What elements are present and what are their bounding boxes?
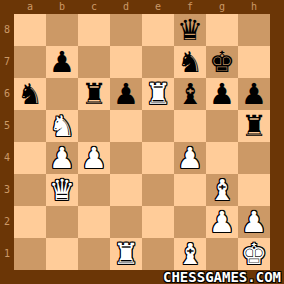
square-h7[interactable] — [238, 46, 270, 78]
square-e2[interactable] — [142, 206, 174, 238]
square-e4[interactable] — [142, 142, 174, 174]
square-d2[interactable] — [110, 206, 142, 238]
square-b2[interactable] — [46, 206, 78, 238]
chess-board: ♛♟♞♚♞♜♟♜♝♟♟♞♜♟♟♟♛♝♟♟♜♝♚ — [14, 14, 270, 270]
piece-black-pawn-g6[interactable]: ♟ — [209, 78, 235, 110]
square-b4[interactable]: ♟ — [46, 142, 78, 174]
square-f1[interactable]: ♝ — [174, 238, 206, 270]
rank-label-5: 5 — [0, 110, 14, 142]
file-label-d: d — [110, 0, 142, 14]
square-f2[interactable] — [174, 206, 206, 238]
square-d7[interactable] — [110, 46, 142, 78]
rank-labels: 87654321 — [0, 14, 14, 270]
square-e7[interactable] — [142, 46, 174, 78]
file-label-a: a — [14, 0, 46, 14]
square-g7[interactable]: ♚ — [206, 46, 238, 78]
square-a8[interactable] — [14, 14, 46, 46]
file-label-f: f — [174, 0, 206, 14]
square-f7[interactable]: ♞ — [174, 46, 206, 78]
square-g5[interactable] — [206, 110, 238, 142]
piece-white-king-h1[interactable]: ♚ — [241, 238, 267, 270]
rank-label-3: 3 — [0, 174, 14, 206]
square-c3[interactable] — [78, 174, 110, 206]
square-b8[interactable] — [46, 14, 78, 46]
file-label-b: b — [46, 0, 78, 14]
rank-label-7: 7 — [0, 46, 14, 78]
square-c4[interactable]: ♟ — [78, 142, 110, 174]
square-b7[interactable]: ♟ — [46, 46, 78, 78]
piece-black-rook-c6[interactable]: ♜ — [81, 78, 107, 110]
square-d4[interactable] — [110, 142, 142, 174]
file-label-c: c — [78, 0, 110, 14]
piece-black-pawn-b7[interactable]: ♟ — [49, 46, 75, 78]
square-d1[interactable]: ♜ — [110, 238, 142, 270]
piece-black-knight-f7[interactable]: ♞ — [177, 46, 203, 78]
square-e6[interactable]: ♜ — [142, 78, 174, 110]
square-h1[interactable]: ♚ — [238, 238, 270, 270]
piece-black-bishop-f6[interactable]: ♝ — [177, 78, 203, 110]
piece-white-pawn-b4[interactable]: ♟ — [49, 142, 75, 174]
square-f4[interactable]: ♟ — [174, 142, 206, 174]
square-h4[interactable] — [238, 142, 270, 174]
piece-black-knight-a6[interactable]: ♞ — [17, 78, 43, 110]
square-d6[interactable]: ♟ — [110, 78, 142, 110]
square-a1[interactable] — [14, 238, 46, 270]
square-a7[interactable] — [14, 46, 46, 78]
square-h8[interactable] — [238, 14, 270, 46]
piece-white-pawn-f4[interactable]: ♟ — [177, 142, 203, 174]
square-a5[interactable] — [14, 110, 46, 142]
square-c5[interactable] — [78, 110, 110, 142]
square-e8[interactable] — [142, 14, 174, 46]
square-g2[interactable]: ♟ — [206, 206, 238, 238]
square-a3[interactable] — [14, 174, 46, 206]
rank-label-4: 4 — [0, 142, 14, 174]
square-c7[interactable] — [78, 46, 110, 78]
piece-white-queen-b3[interactable]: ♛ — [49, 174, 75, 206]
rank-label-6: 6 — [0, 78, 14, 110]
square-d8[interactable] — [110, 14, 142, 46]
square-f5[interactable] — [174, 110, 206, 142]
square-h3[interactable] — [238, 174, 270, 206]
square-b6[interactable] — [46, 78, 78, 110]
square-g4[interactable] — [206, 142, 238, 174]
file-labels: abcdefgh — [14, 0, 270, 14]
watermark: CHESSGAMES.COM — [163, 270, 281, 284]
piece-white-pawn-h2[interactable]: ♟ — [241, 206, 267, 238]
piece-white-pawn-g2[interactable]: ♟ — [209, 206, 235, 238]
piece-black-pawn-h6[interactable]: ♟ — [241, 78, 267, 110]
square-c2[interactable] — [78, 206, 110, 238]
square-e1[interactable] — [142, 238, 174, 270]
piece-white-rook-e6[interactable]: ♜ — [145, 78, 171, 110]
square-a4[interactable] — [14, 142, 46, 174]
square-f8[interactable]: ♛ — [174, 14, 206, 46]
square-b3[interactable]: ♛ — [46, 174, 78, 206]
piece-white-bishop-f1[interactable]: ♝ — [177, 238, 203, 270]
square-g6[interactable]: ♟ — [206, 78, 238, 110]
square-b1[interactable] — [46, 238, 78, 270]
piece-black-queen-f8[interactable]: ♛ — [177, 14, 203, 46]
square-e3[interactable] — [142, 174, 174, 206]
piece-white-pawn-c4[interactable]: ♟ — [81, 142, 107, 174]
square-g1[interactable] — [206, 238, 238, 270]
square-f3[interactable] — [174, 174, 206, 206]
square-c8[interactable] — [78, 14, 110, 46]
chess-board-frame: abcdefgh 87654321 ♛♟♞♚♞♜♟♜♝♟♟♞♜♟♟♟♛♝♟♟♜♝… — [0, 0, 284, 284]
square-c6[interactable]: ♜ — [78, 78, 110, 110]
piece-black-pawn-d6[interactable]: ♟ — [113, 78, 139, 110]
file-label-e: e — [142, 0, 174, 14]
square-h6[interactable]: ♟ — [238, 78, 270, 110]
piece-white-bishop-g3[interactable]: ♝ — [209, 174, 235, 206]
square-e5[interactable] — [142, 110, 174, 142]
square-d3[interactable] — [110, 174, 142, 206]
piece-white-knight-b5[interactable]: ♞ — [49, 110, 75, 142]
square-h2[interactable]: ♟ — [238, 206, 270, 238]
square-b5[interactable]: ♞ — [46, 110, 78, 142]
piece-white-rook-d1[interactable]: ♜ — [113, 238, 139, 270]
square-d5[interactable] — [110, 110, 142, 142]
square-g8[interactable] — [206, 14, 238, 46]
square-a6[interactable]: ♞ — [14, 78, 46, 110]
rank-label-1: 1 — [0, 238, 14, 270]
file-label-g: g — [206, 0, 238, 14]
square-g3[interactable]: ♝ — [206, 174, 238, 206]
square-f6[interactable]: ♝ — [174, 78, 206, 110]
square-c1[interactable] — [78, 238, 110, 270]
piece-black-king-g7[interactable]: ♚ — [209, 46, 235, 78]
file-label-h: h — [238, 0, 270, 14]
rank-label-2: 2 — [0, 206, 14, 238]
rank-label-8: 8 — [0, 14, 14, 46]
square-h5[interactable]: ♜ — [238, 110, 270, 142]
square-a2[interactable] — [14, 206, 46, 238]
piece-black-rook-h5[interactable]: ♜ — [241, 110, 267, 142]
